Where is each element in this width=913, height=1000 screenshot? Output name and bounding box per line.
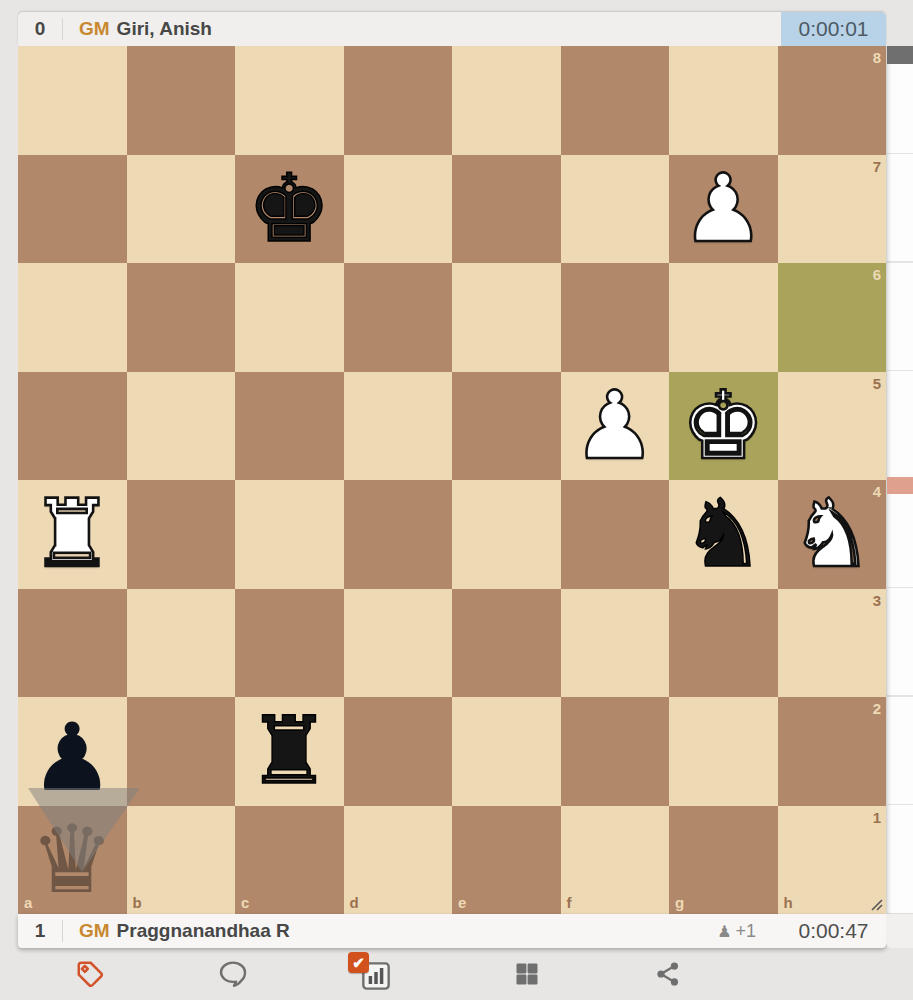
share-icon: [654, 960, 682, 988]
white-rook-a4[interactable]: ♜: [18, 480, 127, 589]
square-g6[interactable]: [669, 263, 778, 372]
square-a3[interactable]: [18, 589, 127, 698]
file-label-f: f: [567, 895, 572, 910]
square-h8[interactable]: 8: [778, 46, 887, 155]
black-knight-g4[interactable]: ♞: [669, 480, 778, 589]
square-a6[interactable]: [18, 263, 127, 372]
square-f7[interactable]: [561, 155, 670, 264]
square-e6[interactable]: [452, 263, 561, 372]
stats-button[interactable]: ✔: [340, 948, 404, 1000]
square-a2[interactable]: ♟: [18, 697, 127, 806]
white-pawn-f5[interactable]: ♟: [561, 372, 670, 481]
divider: [62, 18, 63, 40]
square-g8[interactable]: [669, 46, 778, 155]
square-b1[interactable]: b: [127, 806, 236, 915]
square-b6[interactable]: [127, 263, 236, 372]
grid-icon: [513, 960, 541, 988]
share-button[interactable]: [640, 948, 696, 1000]
top-player-clock: 0:00:01: [781, 12, 886, 46]
black-pawn-a2[interactable]: ♟: [18, 704, 127, 813]
file-label-b: b: [133, 895, 142, 910]
square-b4[interactable]: [127, 480, 236, 589]
file-label-h: h: [784, 895, 793, 910]
square-f2[interactable]: [561, 697, 670, 806]
square-c3[interactable]: [235, 589, 344, 698]
bottom-player-clock: 0:00:47: [781, 914, 886, 948]
square-d7[interactable]: [344, 155, 453, 264]
chat-button[interactable]: [205, 948, 261, 1000]
board[interactable]: 8♚♟76♟♚5♜♞4♞3♟♜2a♛bcdefgh1: [18, 46, 886, 914]
square-a5[interactable]: [18, 372, 127, 481]
square-h6[interactable]: 6: [778, 263, 887, 372]
bottom-player-title: GM: [79, 920, 110, 942]
square-h5[interactable]: 5: [778, 372, 887, 481]
black-queen-a1[interactable]: ♛: [18, 806, 127, 915]
checked-checkbox-icon[interactable]: ✔: [348, 952, 369, 973]
square-d2[interactable]: [344, 697, 453, 806]
board-resize-handle[interactable]: [868, 896, 884, 912]
square-a7[interactable]: [18, 155, 127, 264]
square-h3[interactable]: 3: [778, 589, 887, 698]
square-a4[interactable]: ♜: [18, 480, 127, 589]
square-f6[interactable]: [561, 263, 670, 372]
rank-label-5: 5: [873, 376, 881, 391]
top-player-title: GM: [79, 18, 110, 40]
square-g1[interactable]: g: [669, 806, 778, 915]
material-count: +1: [735, 921, 756, 942]
pawn-icon: ♟: [717, 922, 731, 941]
square-b7[interactable]: [127, 155, 236, 264]
file-label-e: e: [458, 895, 466, 910]
bottom-player-score: 1: [18, 920, 62, 942]
square-e1[interactable]: e: [452, 806, 561, 915]
square-c5[interactable]: [235, 372, 344, 481]
square-b3[interactable]: [127, 589, 236, 698]
square-g5[interactable]: ♚: [669, 372, 778, 481]
square-f3[interactable]: [561, 589, 670, 698]
square-b8[interactable]: [127, 46, 236, 155]
file-label-g: g: [675, 895, 684, 910]
square-g7[interactable]: ♟: [669, 155, 778, 264]
square-h7[interactable]: 7: [778, 155, 887, 264]
square-f4[interactable]: [561, 480, 670, 589]
top-player-bar: 0 GM Giri, Anish 0:00:01: [18, 12, 886, 46]
file-label-d: d: [350, 895, 359, 910]
square-e8[interactable]: [452, 46, 561, 155]
moves-panel-sliver[interactable]: [886, 46, 913, 914]
square-a1[interactable]: a♛: [18, 806, 127, 915]
square-f5[interactable]: ♟: [561, 372, 670, 481]
square-b2[interactable]: [127, 697, 236, 806]
rank-label-3: 3: [873, 593, 881, 608]
square-g2[interactable]: [669, 697, 778, 806]
square-g4[interactable]: ♞: [669, 480, 778, 589]
moves-panel-highlight-row: [887, 477, 913, 494]
tag-icon: [75, 959, 105, 989]
black-king-c7[interactable]: ♚: [235, 155, 344, 264]
square-d3[interactable]: [344, 589, 453, 698]
moves-panel-footer-sliver: [886, 914, 913, 948]
moves-panel-header-sliver: [887, 46, 913, 64]
bottom-player-bar: 1 GM Praggnanandhaa R ♟ +1 0:00:47: [18, 914, 886, 948]
square-d6[interactable]: [344, 263, 453, 372]
square-h2[interactable]: 2: [778, 697, 887, 806]
square-f8[interactable]: [561, 46, 670, 155]
white-pawn-g7[interactable]: ♟: [669, 155, 778, 264]
bottom-player-name: Praggnanandhaa R: [117, 920, 290, 942]
square-c1[interactable]: c: [235, 806, 344, 915]
square-d1[interactable]: d: [344, 806, 453, 915]
top-player-score: 0: [18, 18, 62, 40]
square-b5[interactable]: [127, 372, 236, 481]
square-e2[interactable]: [452, 697, 561, 806]
square-h4[interactable]: 4♞: [778, 480, 887, 589]
square-a8[interactable]: [18, 46, 127, 155]
material-indicator: ♟ +1: [717, 914, 756, 948]
rank-label-6: 6: [873, 267, 881, 282]
square-f1[interactable]: f: [561, 806, 670, 915]
toolbar: ✔ ⚽ VPROGNOZE: [0, 948, 913, 1000]
square-c2[interactable]: ♜: [235, 697, 344, 806]
rank-label-7: 7: [873, 159, 881, 174]
square-e7[interactable]: [452, 155, 561, 264]
square-c8[interactable]: [235, 46, 344, 155]
rank-label-1: 1: [873, 810, 881, 825]
divider: [62, 920, 63, 942]
chat-icon: [217, 958, 249, 990]
square-d5[interactable]: [344, 372, 453, 481]
black-rook-c2[interactable]: ♜: [235, 697, 344, 806]
grid-button[interactable]: [499, 948, 555, 1000]
rank-label-2: 2: [873, 701, 881, 716]
square-g3[interactable]: [669, 589, 778, 698]
tag-button[interactable]: [62, 948, 118, 1000]
square-c4[interactable]: [235, 480, 344, 589]
game-card: 0 GM Giri, Anish 0:00:01 8♚♟76♟♚5♜♞4♞3♟♜…: [18, 12, 886, 948]
square-e3[interactable]: [452, 589, 561, 698]
square-c6[interactable]: [235, 263, 344, 372]
square-c7[interactable]: ♚: [235, 155, 344, 264]
square-e5[interactable]: [452, 372, 561, 481]
square-d8[interactable]: [344, 46, 453, 155]
top-player-name: Giri, Anish: [117, 18, 212, 40]
file-label-c: c: [241, 895, 249, 910]
white-knight-h4[interactable]: ♞: [778, 480, 887, 589]
square-e4[interactable]: [452, 480, 561, 589]
rank-label-8: 8: [873, 50, 881, 65]
white-king-g5[interactable]: ♚: [669, 372, 778, 481]
square-d4[interactable]: [344, 480, 453, 589]
